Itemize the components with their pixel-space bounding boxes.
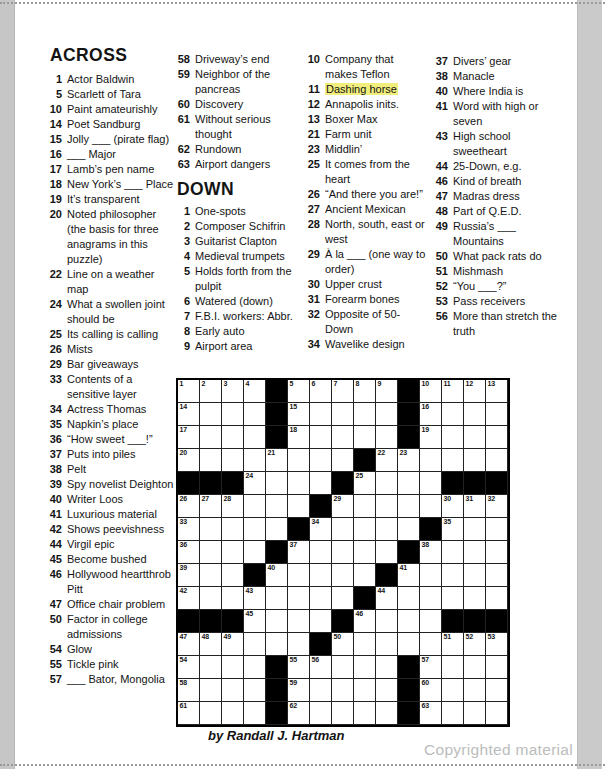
clue-text: It comes from the heart [325, 157, 426, 187]
grid-cell[interactable] [464, 564, 486, 587]
grid-cell[interactable]: 41 [398, 564, 420, 587]
grid-cell[interactable] [244, 633, 266, 656]
grid-cell[interactable]: 27 [200, 495, 222, 518]
clue-text: Discovery [195, 97, 300, 112]
grid-cell[interactable] [486, 426, 508, 449]
grid-cell[interactable] [354, 564, 376, 587]
cell-number: 40 [268, 564, 275, 572]
grid-cell[interactable]: 6 [310, 380, 332, 403]
grid-cell[interactable] [464, 541, 486, 564]
grid-cell[interactable] [442, 541, 464, 564]
clue-number: 22 [38, 267, 67, 297]
grid-cell[interactable] [200, 541, 222, 564]
grid-cell[interactable]: 61 [178, 702, 200, 725]
grid-cell[interactable] [310, 702, 332, 725]
grid-cell[interactable] [486, 564, 508, 587]
grid-cell[interactable] [486, 449, 508, 472]
grid-cell-black [244, 564, 266, 587]
grid-cell[interactable] [442, 449, 464, 472]
grid-cell[interactable] [200, 426, 222, 449]
grid-cell-black [178, 610, 200, 633]
clue-down-29: 29À la ___ (one way to order) [304, 247, 426, 277]
clue-text: ___ Major [67, 147, 174, 162]
grid-cell[interactable] [442, 403, 464, 426]
grid-cell[interactable] [464, 656, 486, 679]
clue-number: 35 [38, 417, 67, 432]
grid-cell[interactable]: 29 [332, 495, 354, 518]
clue-number: 23 [304, 142, 325, 157]
grid-cell[interactable] [310, 449, 332, 472]
clue-number: 39 [38, 477, 67, 492]
grid-cell[interactable] [420, 472, 442, 495]
cell-number: 18 [290, 426, 297, 434]
grid-cell[interactable]: 19 [420, 426, 442, 449]
clue-number: 37 [38, 447, 67, 462]
grid-cell[interactable] [464, 403, 486, 426]
grid-cell[interactable]: 56 [310, 656, 332, 679]
clue-text: ___ Bator, Mongolia [67, 672, 174, 687]
grid-cell[interactable] [442, 426, 464, 449]
grid-cell[interactable] [398, 518, 420, 541]
grid-cell[interactable]: 7 [332, 380, 354, 403]
clue-across-14: 14Poet Sandburg [38, 117, 174, 132]
grid-cell[interactable]: 21 [266, 449, 288, 472]
grid-cell[interactable] [244, 495, 266, 518]
clue-number: 49 [432, 219, 453, 249]
grid-cell[interactable] [376, 426, 398, 449]
clue-down-32: 32Opposite of 50-Down [304, 307, 426, 337]
grid-cell[interactable] [376, 541, 398, 564]
down-header: DOWN [177, 178, 300, 200]
grid-cell[interactable] [354, 679, 376, 702]
clue-text: 25-Down, e.g. [453, 159, 564, 174]
grid-cell[interactable] [288, 633, 310, 656]
clue-text: F.B.I. workers: Abbr. [195, 309, 300, 324]
grid-cell-black [354, 449, 376, 472]
grid-cell[interactable] [332, 564, 354, 587]
grid-cell[interactable]: 8 [354, 380, 376, 403]
grid-cell-black [266, 403, 288, 426]
grid-cell[interactable] [310, 610, 332, 633]
grid-cell[interactable] [222, 518, 244, 541]
grid-cell[interactable] [442, 702, 464, 725]
clue-number: 25 [304, 157, 325, 187]
clue-text: Kind of breath [453, 174, 564, 189]
grid-cell[interactable] [376, 472, 398, 495]
grid-cell[interactable] [354, 426, 376, 449]
grid-cell[interactable]: 28 [222, 495, 244, 518]
grid-cell[interactable]: 39 [178, 564, 200, 587]
grid-cell[interactable] [200, 656, 222, 679]
grid-cell[interactable] [420, 449, 442, 472]
grid-cell[interactable] [354, 541, 376, 564]
grid-cell[interactable] [266, 587, 288, 610]
grid-cell[interactable] [486, 656, 508, 679]
clue-down-23: 23Middlin’ [304, 142, 426, 157]
grid-cell[interactable]: 5 [288, 380, 310, 403]
grid-cell[interactable] [244, 449, 266, 472]
grid-cell[interactable] [354, 702, 376, 725]
grid-cell[interactable] [486, 702, 508, 725]
grid-cell[interactable]: 42 [178, 587, 200, 610]
grid-cell[interactable] [310, 679, 332, 702]
grid-cell-black [266, 426, 288, 449]
clue-text: Watered (down) [195, 294, 300, 309]
clue-down-13: 13Boxer Max [304, 112, 426, 127]
grid-cell[interactable] [376, 518, 398, 541]
clue-number: 62 [176, 142, 195, 157]
grid-cell[interactable]: 32 [486, 495, 508, 518]
clue-down-3: 3Guitarist Clapton [176, 234, 300, 249]
grid-cell[interactable]: 9 [376, 380, 398, 403]
clue-down-49: 49Russia’s ___ Mountains [432, 219, 564, 249]
grid-cell[interactable] [376, 610, 398, 633]
grid-cell[interactable] [222, 656, 244, 679]
grid-cell[interactable]: 49 [222, 633, 244, 656]
clue-text: Where India is [453, 84, 564, 99]
grid-cell[interactable] [354, 518, 376, 541]
grid-cell[interactable]: 55 [288, 656, 310, 679]
clue-down-34: 34Wavelike design [304, 337, 426, 352]
grid-cell[interactable] [200, 564, 222, 587]
grid-cell[interactable]: 15 [288, 403, 310, 426]
grid-cell[interactable] [222, 426, 244, 449]
grid-cell[interactable] [222, 702, 244, 725]
grid-cell[interactable] [464, 518, 486, 541]
grid-cell[interactable] [464, 587, 486, 610]
grid-cell[interactable] [376, 702, 398, 725]
cell-number: 39 [180, 564, 187, 572]
cell-number: 19 [422, 426, 429, 434]
clue-number: 46 [38, 567, 67, 597]
grid-cell[interactable] [376, 403, 398, 426]
grid-cell[interactable] [222, 679, 244, 702]
clue-number: 26 [304, 187, 325, 202]
grid-cell[interactable] [354, 495, 376, 518]
clue-text: Medieval trumpets [195, 249, 300, 264]
clue-down-6: 6Watered (down) [176, 294, 300, 309]
grid-cell[interactable] [398, 587, 420, 610]
grid-cell[interactable]: 63 [420, 702, 442, 725]
clue-across-42: 42Shows peevishness [38, 522, 174, 537]
grid-cell[interactable] [266, 518, 288, 541]
grid-cell[interactable] [464, 449, 486, 472]
grid-cell[interactable] [244, 702, 266, 725]
grid-cell[interactable]: 26 [178, 495, 200, 518]
grid-cell[interactable] [442, 679, 464, 702]
cell-number: 52 [466, 633, 473, 641]
grid-cell[interactable] [266, 495, 288, 518]
grid-cell[interactable]: 47 [178, 633, 200, 656]
grid-cell[interactable] [310, 403, 332, 426]
grid-cell[interactable] [332, 702, 354, 725]
grid-cell[interactable] [288, 610, 310, 633]
clue-number: 27 [304, 202, 325, 217]
clue-number: 15 [38, 132, 67, 147]
grid-cell[interactable]: 4 [244, 380, 266, 403]
clue-text: Without serious thought [195, 112, 300, 142]
clue-across-26: 26Mists [38, 342, 174, 357]
grid-cell[interactable] [442, 656, 464, 679]
grid-cell[interactable]: 23 [398, 449, 420, 472]
grid-cell[interactable]: 20 [178, 449, 200, 472]
grid-cell[interactable]: 40 [266, 564, 288, 587]
grid-cell[interactable]: 35 [442, 518, 464, 541]
clue-text: It’s transparent [67, 192, 174, 207]
grid-cell[interactable] [310, 472, 332, 495]
grid-cell-black [266, 679, 288, 702]
grid-cell[interactable] [332, 679, 354, 702]
cell-number: 21 [268, 449, 275, 457]
cell-number: 22 [378, 449, 385, 457]
grid-cell[interactable] [420, 564, 442, 587]
grid-cell[interactable]: 16 [420, 403, 442, 426]
cell-number: 26 [180, 495, 187, 503]
cell-number: 58 [180, 679, 187, 687]
grid-cell[interactable] [332, 656, 354, 679]
grid-cell[interactable] [354, 403, 376, 426]
grid-cell[interactable]: 38 [420, 541, 442, 564]
grid-cell[interactable]: 3 [222, 380, 244, 403]
down-clues-10-34: 10Company that makes Teflon11Dashing hor… [304, 52, 426, 352]
grid-cell[interactable] [486, 587, 508, 610]
grid-cell[interactable] [420, 610, 442, 633]
clue-text: Rundown [195, 142, 300, 157]
grid-cell[interactable] [200, 518, 222, 541]
clue-text: Airport area [195, 339, 300, 354]
grid-cell[interactable] [376, 633, 398, 656]
clue-number: 37 [432, 54, 453, 69]
cell-number: 9 [378, 380, 382, 388]
clue-across-60: 60Discovery [176, 97, 300, 112]
grid-cell[interactable] [266, 633, 288, 656]
clue-text: Upper crust [325, 277, 426, 292]
clue-text: Paint amateurishly [67, 102, 174, 117]
grid-cell[interactable]: 10 [420, 380, 442, 403]
grid-cell[interactable]: 30 [442, 495, 464, 518]
grid-cell-black [464, 472, 486, 495]
grid-cell[interactable] [310, 587, 332, 610]
grid-cell[interactable] [442, 587, 464, 610]
clue-number: 47 [432, 189, 453, 204]
grid-cell[interactable] [200, 679, 222, 702]
grid-cell[interactable] [222, 449, 244, 472]
grid-cell[interactable]: 1 [178, 380, 200, 403]
clue-number: 42 [38, 522, 67, 537]
grid-cell[interactable] [420, 633, 442, 656]
grid-cell[interactable] [288, 449, 310, 472]
grid-cell[interactable]: 57 [420, 656, 442, 679]
grid-cell[interactable] [222, 587, 244, 610]
grid-cell[interactable]: 44 [376, 587, 398, 610]
grid-cell[interactable]: 52 [464, 633, 486, 656]
grid-cell[interactable]: 37 [288, 541, 310, 564]
clue-across-46: 46Hollywood heartthrob Pitt [38, 567, 174, 597]
grid-cell[interactable]: 58 [178, 679, 200, 702]
cell-number: 24 [246, 472, 253, 480]
scan-border-bottom [0, 764, 605, 766]
grid-cell[interactable] [332, 449, 354, 472]
grid-cell-black [310, 633, 332, 656]
grid-cell-black [222, 610, 244, 633]
grid-cell[interactable] [354, 656, 376, 679]
grid-cell[interactable] [332, 587, 354, 610]
grid-cell[interactable] [486, 679, 508, 702]
grid-cell[interactable] [332, 426, 354, 449]
grid-cell[interactable] [266, 472, 288, 495]
grid-cell[interactable] [486, 518, 508, 541]
grid-cell[interactable]: 54 [178, 656, 200, 679]
grid-cell[interactable] [332, 403, 354, 426]
grid-cell[interactable] [464, 679, 486, 702]
grid-cell[interactable] [420, 587, 442, 610]
grid-cell[interactable]: 45 [244, 610, 266, 633]
grid-cell[interactable] [310, 426, 332, 449]
grid-cell[interactable] [464, 702, 486, 725]
clue-number: 53 [432, 294, 453, 309]
cell-number: 54 [180, 656, 187, 664]
grid-cell[interactable] [354, 633, 376, 656]
clue-across-29: 29Bar giveaways [38, 357, 174, 372]
grid-cell[interactable] [398, 472, 420, 495]
grid-cell[interactable]: 36 [178, 541, 200, 564]
clue-text: Boxer Max [325, 112, 426, 127]
grid-cell[interactable] [442, 564, 464, 587]
clue-number: 36 [38, 432, 67, 447]
clue-number: 60 [176, 97, 195, 112]
cell-number: 10 [422, 380, 429, 388]
clue-text: Part of Q.E.D. [453, 204, 564, 219]
cell-number: 31 [466, 495, 473, 503]
grid-cell[interactable] [222, 403, 244, 426]
grid-cell[interactable]: 43 [244, 587, 266, 610]
grid-cell[interactable] [200, 587, 222, 610]
grid-cell[interactable]: 34 [310, 518, 332, 541]
grid-cell[interactable] [244, 541, 266, 564]
grid-cell[interactable] [222, 541, 244, 564]
grid-cell[interactable] [288, 564, 310, 587]
grid-cell[interactable] [486, 403, 508, 426]
grid-cell[interactable] [200, 403, 222, 426]
grid-cell[interactable] [464, 426, 486, 449]
grid-cell[interactable]: 17 [178, 426, 200, 449]
clue-text: High school sweetheart [453, 129, 564, 159]
grid-cell[interactable]: 50 [332, 633, 354, 656]
grid-cell[interactable]: 24 [244, 472, 266, 495]
clue-text: Manacle [453, 69, 564, 84]
grid-cell[interactable]: 12 [464, 380, 486, 403]
clue-number: 56 [432, 309, 453, 339]
clue-down-5: 5Holds forth from the pulpit [176, 264, 300, 294]
grid-cell[interactable] [244, 426, 266, 449]
grid-cell[interactable] [376, 656, 398, 679]
grid-cell[interactable]: 11 [442, 380, 464, 403]
grid-cell[interactable]: 13 [486, 380, 508, 403]
cell-number: 13 [488, 380, 495, 388]
clue-column-2: 58Driveway’s end59Neighbor of the pancre… [176, 52, 300, 354]
grid-cell[interactable] [200, 449, 222, 472]
grid-cell[interactable] [222, 564, 244, 587]
grid-cell[interactable]: 31 [464, 495, 486, 518]
grid-cell[interactable]: 22 [376, 449, 398, 472]
grid-cell[interactable]: 18 [288, 426, 310, 449]
clue-down-53: 53Pass receivers [432, 294, 564, 309]
grid-cell[interactable] [266, 610, 288, 633]
grid-cell[interactable]: 46 [354, 610, 376, 633]
grid-cell[interactable] [244, 679, 266, 702]
grid-cell[interactable]: 60 [420, 679, 442, 702]
grid-cell[interactable]: 51 [442, 633, 464, 656]
clue-text: “How sweet ___!” [67, 432, 174, 447]
grid-cell-black [332, 472, 354, 495]
grid-cell[interactable] [288, 495, 310, 518]
clue-text: Napkin’s place [67, 417, 174, 432]
grid-cell[interactable] [200, 702, 222, 725]
down-clues-1-9: 1One-spots2Composer Schifrin3Guitarist C… [176, 204, 300, 354]
grid-cell[interactable] [398, 610, 420, 633]
grid-cell[interactable] [244, 656, 266, 679]
clue-text: Contents of a sensitive layer [67, 372, 174, 402]
clue-number: 45 [38, 552, 67, 567]
grid-cell[interactable] [332, 541, 354, 564]
grid-cell[interactable] [288, 472, 310, 495]
grid-cell[interactable] [244, 403, 266, 426]
clue-text: “You ___?” [453, 279, 564, 294]
clue-text: Become bushed [67, 552, 174, 567]
grid-cell[interactable] [332, 518, 354, 541]
clue-text: Middlin’ [325, 142, 426, 157]
grid-cell[interactable]: 62 [288, 702, 310, 725]
grid-cell[interactable] [310, 564, 332, 587]
highlighted-clue-text: Dashing horse [325, 83, 398, 95]
clue-down-41: 41Word with high or seven [432, 99, 564, 129]
grid-cell[interactable]: 33 [178, 518, 200, 541]
cell-number: 50 [334, 633, 341, 641]
grid-cell[interactable]: 14 [178, 403, 200, 426]
grid-cell[interactable]: 48 [200, 633, 222, 656]
grid-cell[interactable] [310, 541, 332, 564]
grid-cell[interactable] [288, 587, 310, 610]
grid-cell[interactable]: 25 [354, 472, 376, 495]
clue-number: 61 [176, 112, 195, 142]
clue-down-11: 11Dashing horse [304, 82, 426, 97]
grid-cell-black [398, 380, 420, 403]
clue-text: Spy novelist Deighton [67, 477, 174, 492]
grid-cell[interactable] [398, 633, 420, 656]
clue-down-40: 40Where India is [432, 84, 564, 99]
cell-number: 25 [356, 472, 363, 480]
clue-across-18: 18New York’s ___ Place [38, 177, 174, 192]
clue-text: Factor in college admissions [67, 612, 174, 642]
clue-text: What a swollen joint should be [67, 297, 174, 327]
grid-cell[interactable] [398, 495, 420, 518]
clue-down-31: 31Forearm bones [304, 292, 426, 307]
cell-number: 7 [334, 380, 338, 388]
cell-number: 46 [356, 610, 363, 618]
clue-text: Annapolis inits. [325, 97, 426, 112]
clue-across-10: 10Paint amateurishly [38, 102, 174, 117]
grid-cell[interactable]: 2 [200, 380, 222, 403]
grid-cell[interactable] [420, 495, 442, 518]
grid-cell[interactable] [376, 679, 398, 702]
grid-cell[interactable]: 59 [288, 679, 310, 702]
grid-cell[interactable] [486, 541, 508, 564]
cell-number: 42 [180, 587, 187, 595]
grid-cell[interactable] [376, 495, 398, 518]
grid-cell[interactable] [244, 518, 266, 541]
clue-number: 32 [304, 307, 325, 337]
grid-cell[interactable]: 53 [486, 633, 508, 656]
